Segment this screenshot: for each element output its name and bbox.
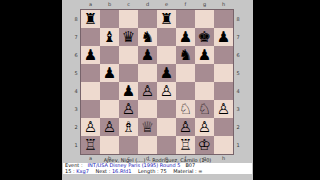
black-pawn[interactable]: ♟ xyxy=(160,64,173,82)
square-h7[interactable]: ♟ xyxy=(214,28,233,46)
next-move-value: 16.Rfd1 xyxy=(112,168,132,174)
square-e3[interactable] xyxy=(157,100,176,118)
square-a1[interactable]: ♖ xyxy=(81,136,100,154)
rank-right-3-label: 3 xyxy=(235,100,241,118)
move-line: 15 : Kxg7 Next : 16.Rfd1 Length : 75 Mat… xyxy=(63,169,252,175)
rank-right-6-label: 6 xyxy=(235,46,241,64)
square-g2[interactable]: ♙ xyxy=(195,118,214,136)
rank-left-8-label: 8 xyxy=(73,10,79,28)
white-pawn[interactable]: ♙ xyxy=(160,82,173,100)
square-b5[interactable]: ♟ xyxy=(100,64,119,82)
rank-left-5-label: 5 xyxy=(73,64,79,82)
square-b8[interactable] xyxy=(100,10,119,28)
rank-left-3-label: 3 xyxy=(73,100,79,118)
rank-left-4-label: 4 xyxy=(73,82,79,100)
square-b2[interactable]: ♙ xyxy=(100,118,119,136)
move-number-label: 15 : xyxy=(65,168,75,174)
rank-right-2-label: 2 xyxy=(235,118,241,136)
square-f2[interactable]: ♙ xyxy=(176,118,195,136)
square-g3[interactable]: ♘ xyxy=(195,100,214,118)
square-g5[interactable] xyxy=(195,64,214,82)
square-a3[interactable] xyxy=(81,100,100,118)
last-move-value: Kxg7 xyxy=(76,168,89,174)
black-knight[interactable]: ♞ xyxy=(141,28,154,46)
white-bishop[interactable]: ♗ xyxy=(122,118,135,136)
rank-right-8-label: 8 xyxy=(235,10,241,28)
black-pawn[interactable]: ♟ xyxy=(141,46,154,64)
square-e5[interactable]: ♟ xyxy=(157,64,176,82)
black-knight[interactable]: ♞ xyxy=(179,46,192,64)
black-bishop[interactable]: ♝ xyxy=(103,28,116,46)
square-c8[interactable] xyxy=(119,10,138,28)
white-knight[interactable]: ♘ xyxy=(198,100,211,118)
rank-left-7-label: 7 xyxy=(73,28,79,46)
square-e7[interactable] xyxy=(157,28,176,46)
square-h4[interactable] xyxy=(214,82,233,100)
square-d8[interactable] xyxy=(138,10,157,28)
file-top-f-label: f xyxy=(176,1,195,7)
square-g6[interactable]: ♟ xyxy=(195,46,214,64)
square-b3[interactable] xyxy=(100,100,119,118)
white-rook[interactable]: ♖ xyxy=(179,136,192,154)
square-f3[interactable]: ♘ xyxy=(176,100,195,118)
square-f1[interactable]: ♖ xyxy=(176,136,195,154)
square-a4[interactable] xyxy=(81,82,100,100)
white-rook[interactable]: ♖ xyxy=(84,136,97,154)
material-value: = xyxy=(198,168,202,174)
square-d2[interactable]: ♕ xyxy=(138,118,157,136)
white-pawn[interactable]: ♙ xyxy=(122,100,135,118)
square-d4[interactable]: ♙ xyxy=(138,82,157,100)
material-label: Material : xyxy=(173,168,197,174)
length-label: Length : xyxy=(138,168,159,174)
file-top-b-label: b xyxy=(100,1,119,7)
square-e6[interactable] xyxy=(157,46,176,64)
file-top-g-label: g xyxy=(195,1,214,7)
square-c7[interactable]: ♛ xyxy=(119,28,138,46)
rank-right-1-label: 1 xyxy=(235,136,241,154)
square-a5[interactable] xyxy=(81,64,100,82)
square-d3[interactable] xyxy=(138,100,157,118)
square-a2[interactable]: ♙ xyxy=(81,118,100,136)
square-d5[interactable] xyxy=(138,64,157,82)
rank-right-4-label: 4 xyxy=(235,82,241,100)
square-d7[interactable]: ♞ xyxy=(138,28,157,46)
square-f7[interactable]: ♟ xyxy=(176,28,195,46)
white-king[interactable]: ♔ xyxy=(198,136,211,154)
square-e1[interactable] xyxy=(157,136,176,154)
white-pawn[interactable]: ♙ xyxy=(179,118,192,136)
rank-left-2-label: 2 xyxy=(73,118,79,136)
square-g1[interactable]: ♔ xyxy=(195,136,214,154)
length-value: 75 xyxy=(160,168,166,174)
file-top-d-label: d xyxy=(138,1,157,7)
square-f5[interactable] xyxy=(176,64,195,82)
rank-left-6-label: 6 xyxy=(73,46,79,64)
file-top-c-label: c xyxy=(119,1,138,7)
square-b6[interactable] xyxy=(100,46,119,64)
white-pawn[interactable]: ♙ xyxy=(84,118,97,136)
square-d1[interactable] xyxy=(138,136,157,154)
square-g4[interactable] xyxy=(195,82,214,100)
white-pawn[interactable]: ♙ xyxy=(103,118,116,136)
black-pawn[interactable]: ♟ xyxy=(122,82,135,100)
white-knight[interactable]: ♘ xyxy=(179,100,192,118)
square-e4[interactable]: ♙ xyxy=(157,82,176,100)
screenshot-root: { "game": "chess", "position": { "fen": … xyxy=(0,0,320,180)
square-g7[interactable]: ♚ xyxy=(195,28,214,46)
square-a6[interactable]: ♟ xyxy=(81,46,100,64)
white-pawn[interactable]: ♙ xyxy=(217,100,230,118)
black-pawn[interactable]: ♟ xyxy=(217,28,230,46)
game-info-box: Event :INT/USA Disney Paris (1995) Round… xyxy=(63,163,252,174)
next-label: Next : xyxy=(95,168,110,174)
square-f6[interactable]: ♞ xyxy=(176,46,195,64)
white-pawn[interactable]: ♙ xyxy=(141,82,154,100)
rank-right-7-label: 7 xyxy=(235,28,241,46)
black-queen[interactable]: ♛ xyxy=(122,28,135,46)
board-panel: ♜♜♝♛♞♟♚♟♟♟♞♟♟♟♟♙♙♙♘♘♙♙♙♗♕♙♙♖♖♔ aabbccdde… xyxy=(62,0,253,180)
square-h8[interactable] xyxy=(214,10,233,28)
square-b4[interactable] xyxy=(100,82,119,100)
black-rook[interactable]: ♜ xyxy=(160,10,173,28)
file-top-a-label: a xyxy=(81,1,100,7)
square-c5[interactable] xyxy=(119,64,138,82)
rank-right-5-label: 5 xyxy=(235,64,241,82)
file-top-e-label: e xyxy=(157,1,176,7)
square-h6[interactable] xyxy=(214,46,233,64)
square-h5[interactable] xyxy=(214,64,233,82)
square-e8[interactable]: ♜ xyxy=(157,10,176,28)
black-pawn[interactable]: ♟ xyxy=(179,28,192,46)
black-pawn[interactable]: ♟ xyxy=(84,46,97,64)
file-top-h-label: h xyxy=(214,1,233,7)
square-c1[interactable] xyxy=(119,136,138,154)
black-king[interactable]: ♚ xyxy=(198,28,211,46)
square-h3[interactable]: ♙ xyxy=(214,100,233,118)
square-a7[interactable] xyxy=(81,28,100,46)
black-pawn[interactable]: ♟ xyxy=(103,64,116,82)
square-h1[interactable] xyxy=(214,136,233,154)
square-c3[interactable]: ♙ xyxy=(119,100,138,118)
square-f8[interactable] xyxy=(176,10,195,28)
square-a8[interactable]: ♜ xyxy=(81,10,100,28)
chess-board: ♜♜♝♛♞♟♚♟♟♟♞♟♟♟♟♙♙♙♘♘♙♙♙♗♕♙♙♖♖♔ xyxy=(80,9,234,155)
square-e2[interactable] xyxy=(157,118,176,136)
square-h2[interactable] xyxy=(214,118,233,136)
square-d6[interactable]: ♟ xyxy=(138,46,157,64)
white-pawn[interactable]: ♙ xyxy=(198,118,211,136)
square-c2[interactable]: ♗ xyxy=(119,118,138,136)
square-f4[interactable] xyxy=(176,82,195,100)
square-b7[interactable]: ♝ xyxy=(100,28,119,46)
square-g8[interactable] xyxy=(195,10,214,28)
white-queen[interactable]: ♕ xyxy=(141,118,154,136)
black-pawn[interactable]: ♟ xyxy=(198,46,211,64)
square-c6[interactable] xyxy=(119,46,138,64)
black-rook[interactable]: ♜ xyxy=(84,10,97,28)
square-c4[interactable]: ♟ xyxy=(119,82,138,100)
square-b1[interactable] xyxy=(100,136,119,154)
rank-left-1-label: 1 xyxy=(73,136,79,154)
